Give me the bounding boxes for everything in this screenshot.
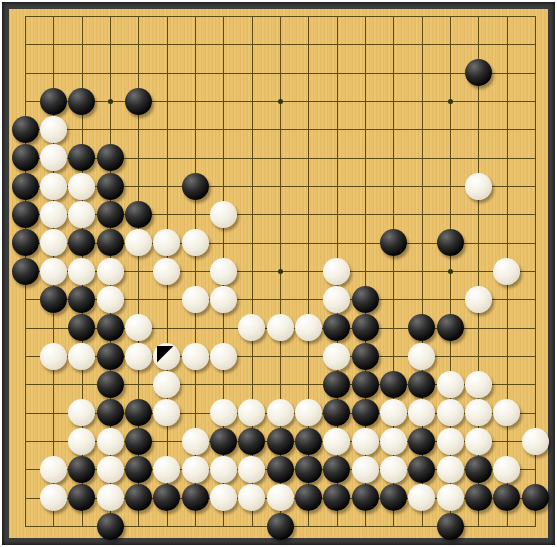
stone-white: [210, 286, 237, 313]
stone-black: [352, 399, 379, 426]
stone-white: [408, 399, 435, 426]
stone-white: [352, 428, 379, 455]
stone-white: [465, 286, 492, 313]
stone-white: [153, 229, 180, 256]
stone-black: [125, 88, 152, 115]
stone-white: [40, 456, 67, 483]
stone-black: [408, 371, 435, 398]
stone-white: [522, 428, 549, 455]
stone-white: [125, 229, 152, 256]
stone-black: [522, 484, 549, 511]
stone-black: [182, 173, 209, 200]
stone-white: [437, 399, 464, 426]
stone-white: [493, 399, 520, 426]
stone-black: [68, 456, 95, 483]
stone-white: [153, 343, 180, 370]
stone-black: [323, 399, 350, 426]
stone-black: [40, 286, 67, 313]
stone-black: [40, 88, 67, 115]
stone-black: [12, 229, 39, 256]
stone-white: [68, 173, 95, 200]
stone-black: [125, 428, 152, 455]
stone-white: [380, 456, 407, 483]
stone-black: [295, 456, 322, 483]
stone-white: [153, 371, 180, 398]
stone-white: [437, 484, 464, 511]
stone-black: [323, 371, 350, 398]
stone-black: [465, 484, 492, 511]
star-point: [278, 99, 283, 104]
stone-white: [210, 484, 237, 511]
stone-white: [40, 201, 67, 228]
stone-black: [380, 229, 407, 256]
stone-black: [323, 314, 350, 341]
stone-black: [12, 173, 39, 200]
stone-white: [465, 371, 492, 398]
stone-black: [125, 456, 152, 483]
stone-white: [267, 399, 294, 426]
stone-white: [323, 258, 350, 285]
stone-black: [352, 314, 379, 341]
star-point: [448, 99, 453, 104]
go-app-window: [0, 0, 557, 547]
stone-black: [68, 229, 95, 256]
stone-black: [437, 229, 464, 256]
stone-white: [68, 399, 95, 426]
stone-black: [295, 428, 322, 455]
stone-black: [352, 371, 379, 398]
stone-black: [437, 513, 464, 540]
stone-black: [210, 428, 237, 455]
stone-black: [68, 314, 95, 341]
stone-white: [125, 343, 152, 370]
stone-white: [125, 314, 152, 341]
stone-black: [352, 343, 379, 370]
stone-white: [210, 201, 237, 228]
star-point: [448, 269, 453, 274]
stone-white: [182, 428, 209, 455]
stone-white: [493, 456, 520, 483]
stone-black: [12, 144, 39, 171]
stone-black: [352, 286, 379, 313]
stone-black: [97, 371, 124, 398]
stone-white: [182, 456, 209, 483]
stone-white: [182, 286, 209, 313]
stone-black: [380, 484, 407, 511]
stone-white: [465, 428, 492, 455]
stone-white: [267, 484, 294, 511]
stone-white: [153, 258, 180, 285]
stone-black: [125, 484, 152, 511]
stone-white: [437, 456, 464, 483]
stone-white: [68, 428, 95, 455]
stone-black: [352, 484, 379, 511]
stone-black: [437, 314, 464, 341]
stone-white: [97, 428, 124, 455]
stone-black: [408, 314, 435, 341]
stone-white: [267, 314, 294, 341]
stone-black: [323, 484, 350, 511]
stone-black: [323, 456, 350, 483]
stone-white: [380, 428, 407, 455]
stone-black: [125, 399, 152, 426]
last-move-triangle-marker: [157, 346, 174, 363]
stone-black: [380, 371, 407, 398]
stone-black: [295, 484, 322, 511]
stone-white: [210, 399, 237, 426]
stone-black: [12, 201, 39, 228]
stone-white: [40, 484, 67, 511]
stone-black: [97, 173, 124, 200]
stone-black: [68, 286, 95, 313]
stone-white: [68, 258, 95, 285]
stone-black: [267, 513, 294, 540]
stone-white: [295, 314, 322, 341]
stone-white: [238, 484, 265, 511]
stone-white: [465, 399, 492, 426]
stone-white: [210, 258, 237, 285]
stone-white: [465, 173, 492, 200]
stone-white: [238, 314, 265, 341]
stone-black: [97, 399, 124, 426]
stone-white: [40, 116, 67, 143]
stone-white: [97, 258, 124, 285]
stone-black: [465, 456, 492, 483]
stone-white: [380, 399, 407, 426]
stone-black: [68, 88, 95, 115]
stone-black: [68, 484, 95, 511]
stone-white: [153, 399, 180, 426]
stone-black: [125, 201, 152, 228]
stone-black: [68, 144, 95, 171]
stone-black: [97, 144, 124, 171]
stone-white: [238, 399, 265, 426]
stone-black: [12, 258, 39, 285]
stone-white: [437, 428, 464, 455]
stone-white: [97, 484, 124, 511]
stone-black: [465, 59, 492, 86]
stone-white: [182, 229, 209, 256]
stone-black: [97, 343, 124, 370]
stone-black: [408, 428, 435, 455]
stone-black: [153, 484, 180, 511]
stone-white: [40, 173, 67, 200]
stone-white: [295, 399, 322, 426]
stone-white: [40, 258, 67, 285]
stone-white: [437, 371, 464, 398]
stone-white: [408, 343, 435, 370]
stone-white: [210, 456, 237, 483]
stone-black: [12, 116, 39, 143]
star-point: [108, 99, 113, 104]
stone-white: [493, 258, 520, 285]
stone-white: [408, 484, 435, 511]
stone-white: [40, 343, 67, 370]
star-point: [278, 269, 283, 274]
stone-black: [97, 201, 124, 228]
stone-white: [68, 343, 95, 370]
stone-white: [97, 456, 124, 483]
stone-black: [238, 428, 265, 455]
stone-black: [97, 229, 124, 256]
stone-white: [182, 343, 209, 370]
stone-white: [153, 456, 180, 483]
stone-white: [40, 229, 67, 256]
stone-black: [493, 484, 520, 511]
stone-black: [182, 484, 209, 511]
stone-black: [97, 513, 124, 540]
stone-white: [68, 201, 95, 228]
stone-white: [97, 286, 124, 313]
stone-black: [267, 428, 294, 455]
stone-white: [323, 286, 350, 313]
stone-white: [40, 144, 67, 171]
stone-white: [323, 343, 350, 370]
stone-white: [210, 343, 237, 370]
stone-black: [97, 314, 124, 341]
goban[interactable]: [9, 9, 548, 538]
stone-black: [408, 456, 435, 483]
stone-white: [323, 428, 350, 455]
stone-black: [267, 456, 294, 483]
stone-white: [352, 456, 379, 483]
stone-white: [238, 456, 265, 483]
